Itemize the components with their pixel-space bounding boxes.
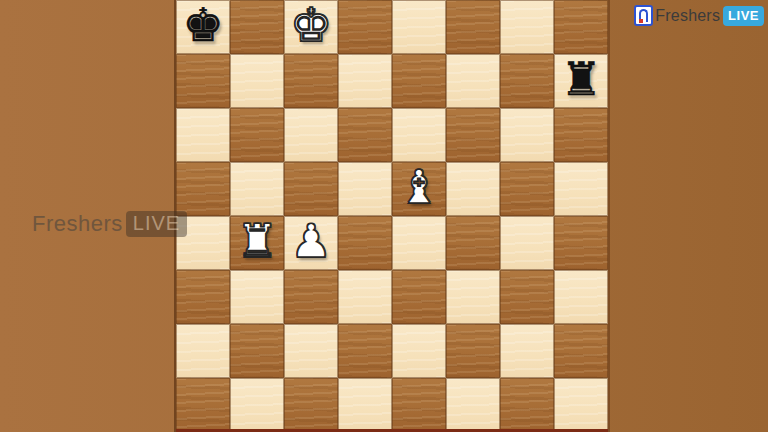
logo-text: Freshers xyxy=(655,7,720,25)
square-a5 xyxy=(176,162,230,216)
square-e6 xyxy=(392,108,446,162)
square-e8 xyxy=(392,0,446,54)
square-a8: ♚ xyxy=(176,0,230,54)
square-h5 xyxy=(554,162,608,216)
square-f8 xyxy=(446,0,500,54)
square-e7 xyxy=(392,54,446,108)
piece-white-pawn-c4: ♟ xyxy=(290,214,331,268)
square-c1 xyxy=(284,378,338,432)
square-g4 xyxy=(500,216,554,270)
square-b4: ♜ xyxy=(230,216,284,270)
square-c7 xyxy=(284,54,338,108)
square-d8 xyxy=(338,0,392,54)
square-f3 xyxy=(446,270,500,324)
chess-board: ♚♚♜♝♜♟ xyxy=(176,0,608,432)
freshers-live-watermark: Freshers LIVE xyxy=(32,211,187,237)
page-background: { "game": "chess", "position": { "fen": … xyxy=(0,0,768,432)
square-d3 xyxy=(338,270,392,324)
piece-black-rook-h7: ♜ xyxy=(560,52,601,106)
square-f5 xyxy=(446,162,500,216)
square-c4: ♟ xyxy=(284,216,338,270)
square-a3 xyxy=(176,270,230,324)
square-e4 xyxy=(392,216,446,270)
square-h7: ♜ xyxy=(554,54,608,108)
square-h6 xyxy=(554,108,608,162)
square-c6 xyxy=(284,108,338,162)
square-f6 xyxy=(446,108,500,162)
square-b7 xyxy=(230,54,284,108)
square-d5 xyxy=(338,162,392,216)
square-e1 xyxy=(392,378,446,432)
watermark-live-badge: LIVE xyxy=(126,211,187,237)
square-a7 xyxy=(176,54,230,108)
square-g6 xyxy=(500,108,554,162)
square-f2 xyxy=(446,324,500,378)
square-h2 xyxy=(554,324,608,378)
square-e3 xyxy=(392,270,446,324)
square-f4 xyxy=(446,216,500,270)
logo-live-badge: LIVE xyxy=(723,6,764,26)
square-d4 xyxy=(338,216,392,270)
square-h8 xyxy=(554,0,608,54)
square-f1 xyxy=(446,378,500,432)
square-g1 xyxy=(500,378,554,432)
square-b2 xyxy=(230,324,284,378)
square-b5 xyxy=(230,162,284,216)
piece-white-bishop-e5: ♝ xyxy=(398,160,439,214)
square-g2 xyxy=(500,324,554,378)
square-c8: ♚ xyxy=(284,0,338,54)
piece-white-king-c8: ♚ xyxy=(290,0,331,52)
square-f7 xyxy=(446,54,500,108)
square-d1 xyxy=(338,378,392,432)
square-g8 xyxy=(500,0,554,54)
square-b6 xyxy=(230,108,284,162)
square-h1 xyxy=(554,378,608,432)
piece-black-king-a8: ♚ xyxy=(182,0,223,52)
square-e2 xyxy=(392,324,446,378)
square-g7 xyxy=(500,54,554,108)
square-a2 xyxy=(176,324,230,378)
watermark-text: Freshers xyxy=(32,211,123,237)
piece-white-rook-b4: ♜ xyxy=(236,214,277,268)
square-b3 xyxy=(230,270,284,324)
square-h3 xyxy=(554,270,608,324)
square-e5: ♝ xyxy=(392,162,446,216)
square-c2 xyxy=(284,324,338,378)
square-g3 xyxy=(500,270,554,324)
square-c3 xyxy=(284,270,338,324)
square-g5 xyxy=(500,162,554,216)
square-b1 xyxy=(230,378,284,432)
square-a1 xyxy=(176,378,230,432)
square-a6 xyxy=(176,108,230,162)
square-h4 xyxy=(554,216,608,270)
logo-red-dot xyxy=(639,19,643,23)
freshers-live-logo-icon xyxy=(634,5,653,26)
square-c5 xyxy=(284,162,338,216)
freshers-live-logo: Freshers LIVE xyxy=(634,5,764,26)
square-b8 xyxy=(230,0,284,54)
square-d6 xyxy=(338,108,392,162)
square-d2 xyxy=(338,324,392,378)
square-d7 xyxy=(338,54,392,108)
